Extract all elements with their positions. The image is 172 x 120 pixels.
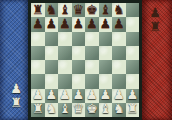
white-offboard-tray: ♟♜ [8, 82, 24, 110]
black-pawn-piece: ♟ [149, 6, 161, 20]
white-queen-piece: ♛ [72, 103, 84, 116]
square-e1[interactable]: ♚ [85, 103, 99, 117]
square-g8[interactable]: ♞ [112, 3, 126, 17]
square-c3[interactable] [58, 74, 72, 88]
black-pawn-piece: ♟ [113, 17, 125, 30]
black-pawn-piece: ♟ [32, 17, 44, 30]
square-c7[interactable]: ♟ [58, 17, 72, 31]
chess-app-window: ♜♞♝♛♚♝♞♟♟♟♟♟♟♟♟♟♟♟♟♟♟♟♜♞♝♛♚♝♞♜ ♟♜ ♟♜ [0, 0, 172, 120]
black-offboard-tray: ♟♜ [147, 6, 163, 34]
square-g4[interactable] [112, 60, 126, 74]
square-d5[interactable] [72, 46, 86, 60]
square-f8[interactable]: ♝ [99, 3, 113, 17]
square-d8[interactable]: ♛ [72, 3, 86, 17]
square-d6[interactable] [72, 32, 86, 46]
square-a5[interactable] [31, 46, 45, 60]
black-pawn-piece: ♟ [45, 17, 57, 30]
white-rook-piece: ♜ [10, 96, 22, 110]
square-g7[interactable]: ♟ [112, 17, 126, 31]
square-f5[interactable] [99, 46, 113, 60]
square-b1[interactable]: ♞ [45, 103, 59, 117]
square-b7[interactable]: ♟ [45, 17, 59, 31]
square-c2[interactable]: ♟ [58, 89, 72, 103]
square-c8[interactable]: ♝ [58, 3, 72, 17]
square-c5[interactable] [58, 46, 72, 60]
square-e6[interactable] [85, 32, 99, 46]
white-knight-piece: ♞ [45, 103, 57, 116]
square-e2[interactable]: ♟ [85, 89, 99, 103]
black-knight-piece: ♞ [113, 3, 125, 16]
white-rook-piece: ♜ [126, 103, 138, 116]
square-b2[interactable]: ♟ [45, 89, 59, 103]
square-a6[interactable] [31, 32, 45, 46]
square-h2[interactable]: ♟ [126, 89, 140, 103]
square-a2[interactable]: ♟ [31, 89, 45, 103]
square-e7[interactable]: ♟ [85, 17, 99, 31]
square-f4[interactable] [99, 60, 113, 74]
square-a7[interactable]: ♟ [31, 17, 45, 31]
white-bishop-piece: ♝ [59, 103, 71, 116]
black-queen-piece: ♛ [72, 3, 84, 16]
square-f6[interactable] [99, 32, 113, 46]
square-d4[interactable] [72, 60, 86, 74]
square-b5[interactable] [45, 46, 59, 60]
square-c1[interactable]: ♝ [58, 103, 72, 117]
black-bishop-piece: ♝ [99, 3, 111, 16]
black-rook-piece: ♜ [149, 20, 161, 34]
square-a1[interactable]: ♜ [31, 103, 45, 117]
white-pawn-piece: ♟ [113, 89, 125, 102]
white-pawn-piece: ♟ [72, 89, 84, 102]
board-frame: ♜♞♝♛♚♝♞♟♟♟♟♟♟♟♟♟♟♟♟♟♟♟♜♞♝♛♚♝♞♜ [28, 0, 142, 120]
square-g3[interactable] [112, 74, 126, 88]
black-pawn-piece: ♟ [59, 17, 71, 30]
square-d1[interactable]: ♛ [72, 103, 86, 117]
white-king-piece: ♚ [86, 103, 98, 116]
square-g1[interactable]: ♞ [112, 103, 126, 117]
black-bishop-piece: ♝ [59, 3, 71, 16]
square-d7[interactable]: ♟ [72, 17, 86, 31]
square-b3[interactable] [45, 74, 59, 88]
square-b6[interactable] [45, 32, 59, 46]
square-e3[interactable] [85, 74, 99, 88]
black-pawn-piece: ♟ [72, 17, 84, 30]
white-pawn-piece: ♟ [99, 89, 111, 102]
square-f2[interactable]: ♟ [99, 89, 113, 103]
black-pawn-piece: ♟ [86, 17, 98, 30]
black-knight-piece: ♞ [45, 3, 57, 16]
chess-board: ♜♞♝♛♚♝♞♟♟♟♟♟♟♟♟♟♟♟♟♟♟♟♜♞♝♛♚♝♞♜ [31, 3, 139, 117]
square-h1[interactable]: ♜ [126, 103, 140, 117]
square-c6[interactable] [58, 32, 72, 46]
square-c4[interactable] [58, 60, 72, 74]
square-g2[interactable]: ♟ [112, 89, 126, 103]
square-a3[interactable] [31, 74, 45, 88]
square-f1[interactable]: ♝ [99, 103, 113, 117]
white-pawn-piece: ♟ [59, 89, 71, 102]
white-pawn-piece: ♟ [126, 89, 138, 102]
square-h5[interactable] [126, 46, 140, 60]
square-e5[interactable] [85, 46, 99, 60]
square-a8[interactable]: ♜ [31, 3, 45, 17]
square-h6[interactable] [126, 32, 140, 46]
black-rook-piece: ♜ [32, 3, 44, 16]
square-f3[interactable] [99, 74, 113, 88]
square-d2[interactable]: ♟ [72, 89, 86, 103]
white-pawn-piece: ♟ [10, 82, 22, 96]
black-pawn-piece: ♟ [99, 17, 111, 30]
square-b8[interactable]: ♞ [45, 3, 59, 17]
square-g6[interactable] [112, 32, 126, 46]
square-f7[interactable]: ♟ [99, 17, 113, 31]
square-g5[interactable] [112, 46, 126, 60]
white-knight-piece: ♞ [113, 103, 125, 116]
black-king-piece: ♚ [86, 3, 98, 16]
white-pawn-piece: ♟ [32, 89, 44, 102]
square-d3[interactable] [72, 74, 86, 88]
white-bishop-piece: ♝ [99, 103, 111, 116]
white-pawn-piece: ♟ [86, 89, 98, 102]
white-rook-piece: ♜ [32, 103, 44, 116]
square-e8[interactable]: ♚ [85, 3, 99, 17]
square-b4[interactable] [45, 60, 59, 74]
square-h4[interactable] [126, 60, 140, 74]
square-a4[interactable] [31, 60, 45, 74]
square-h7[interactable] [126, 17, 140, 31]
white-pawn-piece: ♟ [45, 89, 57, 102]
square-h3[interactable] [126, 74, 140, 88]
square-e4[interactable] [85, 60, 99, 74]
square-h8[interactable] [126, 3, 140, 17]
